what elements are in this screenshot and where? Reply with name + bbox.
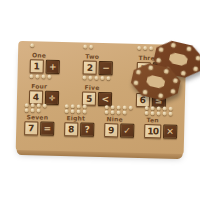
number-tile-8[interactable]: 8 [64, 122, 78, 136]
wooden-peg [111, 105, 115, 109]
peg-cluster-1 [30, 43, 34, 50]
piece-peg-hole [156, 57, 162, 63]
tile-pair: 2− [83, 61, 113, 76]
symbol-tile-8[interactable]: ? [80, 123, 94, 137]
number-section-8: Eight8? [61, 104, 102, 137]
number-word-label: Nine [106, 115, 122, 122]
symbol-tile-9[interactable]: ✓ [120, 123, 134, 137]
number-section-9: Nine9✓ [101, 105, 142, 138]
wooden-peg [31, 103, 35, 107]
wooden-peg [71, 109, 75, 113]
peg-line [105, 110, 133, 115]
wooden-peg [83, 105, 87, 109]
piece-peg-hole [170, 88, 176, 94]
wooden-peg [105, 105, 109, 109]
symbol-tile-7[interactable]: = [40, 122, 54, 136]
wooden-peg [117, 110, 121, 114]
wooden-peg [95, 76, 99, 80]
peg-line [84, 45, 94, 49]
wooden-peg [47, 75, 51, 79]
wooden-peg [83, 110, 87, 114]
number-word-label: Two [85, 53, 99, 60]
tile-pair: 8? [64, 122, 94, 137]
number-word-label: Seven [26, 113, 48, 121]
number-section-2: Two2− [76, 44, 130, 75]
wooden-peg [41, 75, 45, 79]
wooden-peg [43, 104, 47, 108]
wooden-peg [37, 103, 41, 107]
number-word-label: Five [85, 84, 100, 91]
symbol-tile-10[interactable]: ✕ [163, 125, 177, 139]
number-tile-10[interactable]: 10 [144, 124, 161, 138]
peg-cluster-2 [83, 45, 93, 52]
wooden-peg [29, 74, 33, 78]
piece-peg-hole [180, 70, 186, 76]
peg-cluster-5 [83, 76, 111, 84]
tile-pair: 7= [24, 121, 54, 136]
wooden-peg [35, 74, 39, 78]
piece-peg-hole [135, 69, 141, 75]
piece-peg-hole [170, 42, 176, 48]
peg-line [29, 74, 51, 79]
wooden-peg [77, 104, 81, 108]
peg-line [25, 108, 47, 113]
number-tile-1[interactable]: 1 [30, 59, 44, 73]
symbol-tile-2[interactable]: − [99, 61, 113, 75]
wooden-peg [71, 104, 75, 108]
wooden-peg [25, 108, 29, 112]
number-word-label: Eight [66, 114, 85, 121]
peg-cluster-8 [65, 104, 87, 114]
symbol-tile-1[interactable]: + [46, 60, 60, 74]
ring-center-opening [145, 74, 165, 90]
peg-cluster-7 [25, 103, 47, 113]
piece-peg-hole [133, 80, 139, 86]
wooden-peg [90, 45, 94, 49]
piece-peg-hole [148, 65, 154, 71]
wooden-peg [83, 76, 87, 80]
number-word-label: Four [31, 82, 47, 89]
piece-peg-hole [142, 89, 148, 95]
number-tile-9[interactable]: 9 [104, 123, 118, 137]
piece-peg-hole [172, 78, 178, 84]
number-tile-7[interactable]: 7 [24, 121, 38, 135]
wooden-peg [89, 76, 93, 80]
piece-peg-hole [186, 46, 192, 52]
piece-peg-hole [158, 93, 164, 99]
piece-peg-hole [158, 47, 164, 53]
wooden-peg [111, 110, 115, 114]
peg-cluster-4 [29, 74, 51, 82]
peg-line [25, 103, 47, 108]
wooden-peg [101, 76, 105, 80]
tile-pair: 9✓ [104, 123, 134, 138]
wooden-peg [30, 43, 34, 47]
wooden-peg [25, 103, 29, 107]
piece-peg-hole [195, 56, 200, 62]
wooden-peg [145, 111, 149, 115]
photo-stage: One1+Two2−Three3×Four4÷Five5<Six6≤Seven7… [0, 0, 200, 200]
wooden-peg [65, 104, 69, 108]
piece-peg-hole [193, 66, 199, 72]
peg-line [65, 109, 87, 114]
number-tile-2[interactable]: 2 [83, 61, 97, 75]
wooden-peg [37, 108, 41, 112]
number-word-label: Ten [146, 116, 158, 123]
wooden-peg [105, 110, 109, 114]
tile-pair: 10✕ [144, 124, 177, 139]
number-section-1: One1+ [23, 43, 77, 74]
wooden-peg [77, 109, 81, 113]
wooden-peg [117, 105, 121, 109]
tile-pair: 1+ [30, 59, 60, 74]
number-word-label: One [32, 51, 46, 58]
peg-line [30, 43, 34, 47]
number-section-4: Four4÷ [22, 74, 76, 105]
wooden-peg [65, 109, 69, 113]
wooden-peg [31, 108, 35, 112]
wooden-peg [84, 45, 88, 49]
peg-line [83, 76, 111, 81]
ring-center-opening [168, 51, 188, 67]
number-section-7: Seven7= [21, 103, 62, 136]
wooden-peg [123, 111, 127, 115]
piece-peg-hole [163, 68, 169, 74]
peg-line [65, 104, 87, 109]
wooden-peg [107, 76, 111, 80]
